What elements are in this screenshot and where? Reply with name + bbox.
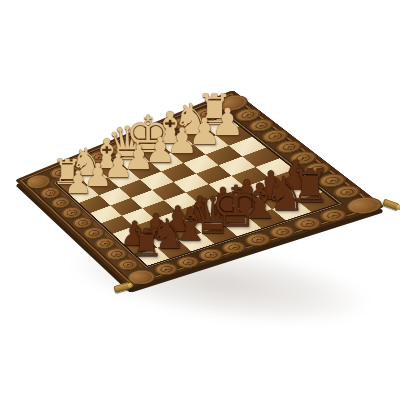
medallion-carving bbox=[158, 265, 174, 274]
medallion-carving bbox=[86, 229, 101, 237]
medallion-carving bbox=[175, 118, 191, 127]
medallion-carving bbox=[338, 187, 357, 196]
brass-latch bbox=[382, 198, 399, 210]
medallion-carving bbox=[53, 169, 67, 177]
medallion-carving bbox=[294, 153, 313, 163]
medallion-carving bbox=[65, 209, 79, 217]
medallion-carving bbox=[43, 189, 57, 197]
medallion-carving bbox=[132, 136, 148, 145]
medallion-carving bbox=[180, 258, 196, 266]
medallion-carving bbox=[280, 142, 298, 151]
medallion-carving bbox=[253, 121, 270, 130]
medallion-carving bbox=[76, 219, 90, 227]
medallion-carving bbox=[202, 250, 219, 259]
medallion-carving bbox=[324, 211, 343, 220]
latch-knob bbox=[396, 204, 400, 210]
photo-background: ♜♞♝♛♚♝♞♜♟♟♟♟♟♟♟♟♟♟♟♟♟♟♟♟♜♞♝♛♚♝♞♜ bbox=[0, 0, 400, 400]
medallion-carving bbox=[112, 145, 126, 153]
medallion-carving bbox=[92, 153, 107, 162]
medallion-carving bbox=[154, 128, 169, 136]
medallion-carving bbox=[249, 235, 267, 244]
medallion-carving bbox=[308, 164, 326, 173]
medallion-carving bbox=[72, 161, 86, 169]
medallion-carving bbox=[109, 250, 124, 258]
medallion-carving bbox=[298, 219, 317, 228]
medallion-carving bbox=[98, 240, 112, 248]
medallion-carving bbox=[322, 176, 342, 186]
medallion-carving bbox=[54, 199, 67, 207]
medallion-carving bbox=[121, 261, 136, 269]
medallion-carving bbox=[226, 243, 243, 252]
chess-board bbox=[15, 90, 385, 288]
medallion-carving bbox=[239, 110, 257, 119]
medallion-carving bbox=[198, 109, 214, 118]
medallion-carving bbox=[274, 227, 292, 236]
medallion-carving bbox=[266, 131, 284, 141]
